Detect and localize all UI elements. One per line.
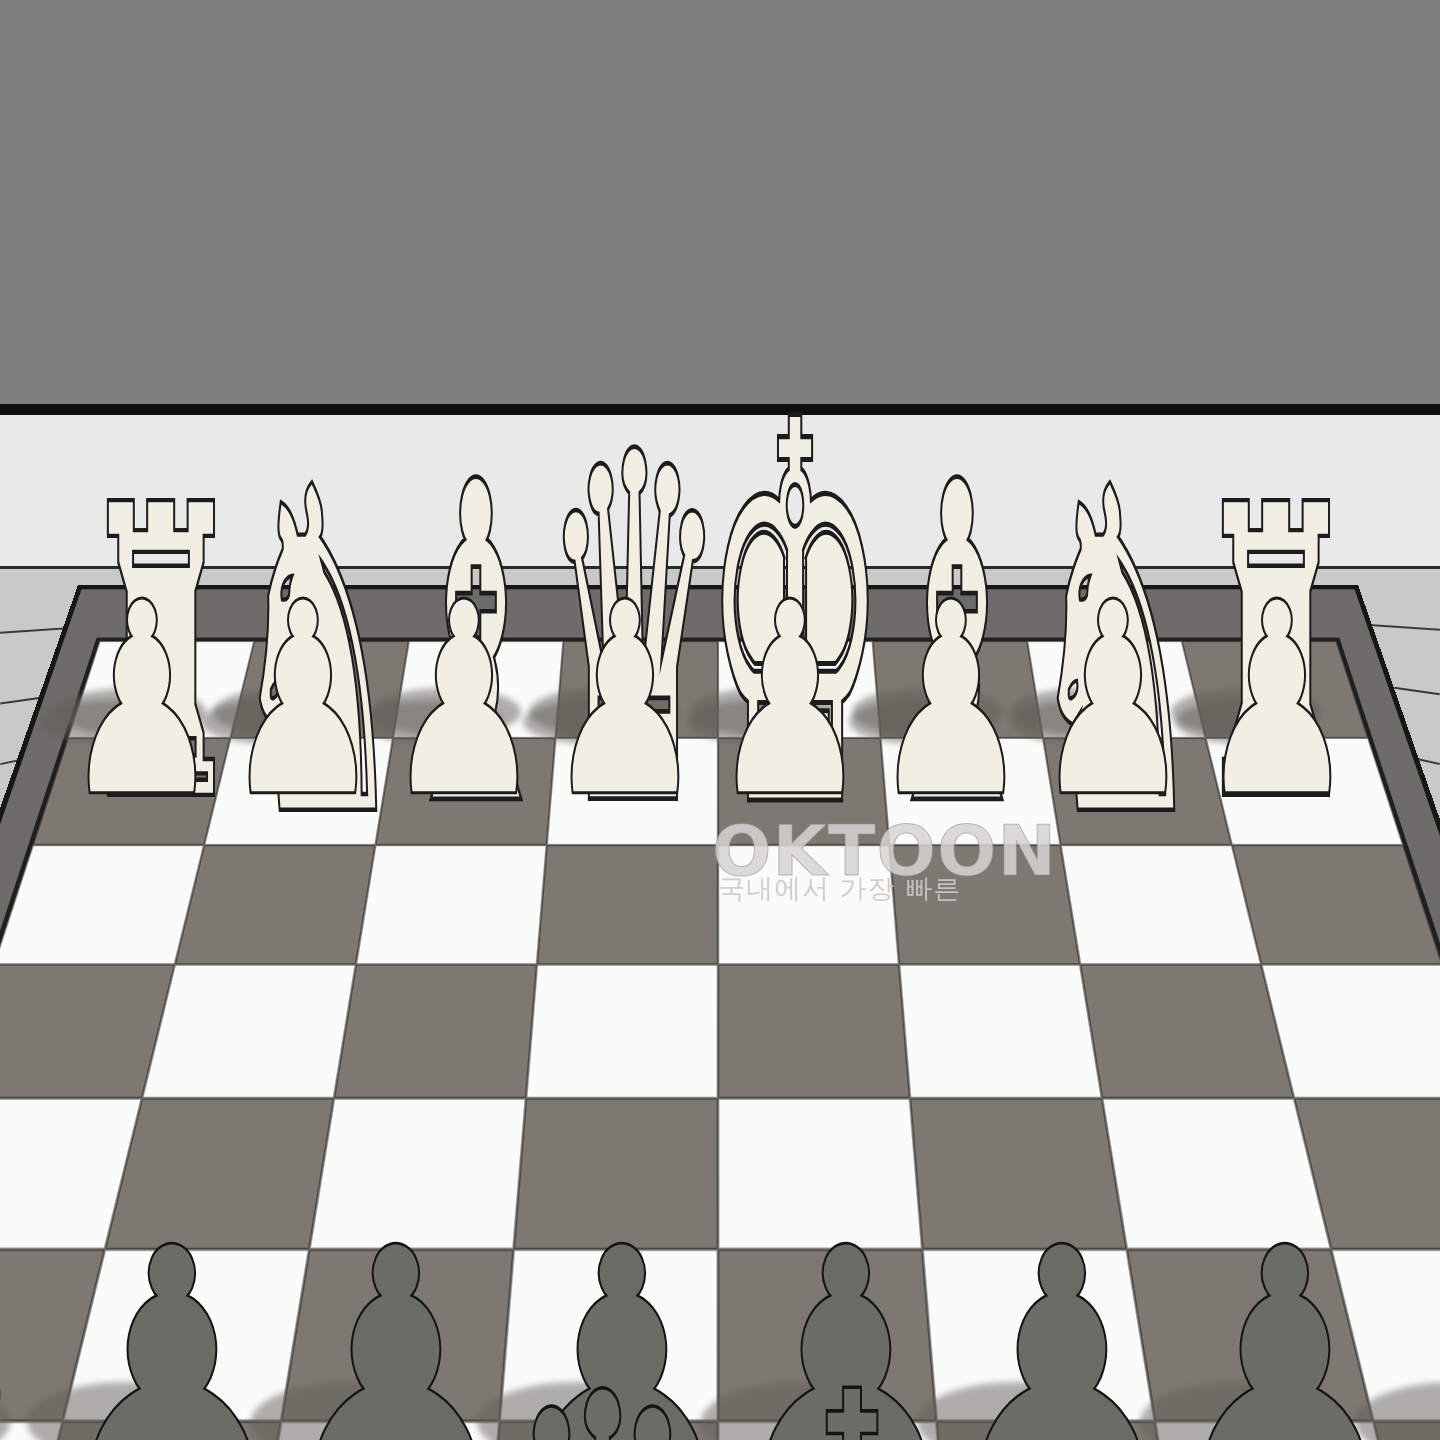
piece-light-pawn[interactable]: ♟ [1127,569,1427,832]
board-square[interactable] [899,964,1102,1098]
board-square[interactable] [334,964,537,1098]
board-square[interactable] [142,964,356,1098]
board-square[interactable] [718,964,910,1098]
piece-dark-pawn[interactable]: ♟ [1350,1247,1440,1440]
watermark-subtitle: 국내에서 가장 빠른 [718,874,1038,904]
board-square[interactable] [526,964,718,1098]
piece-dark-king[interactable]: ♚ [702,1325,1002,1440]
board-square[interactable] [1080,964,1294,1098]
chess-scene: { "game": "chess", "position": { "fen": … [0,0,1440,1440]
